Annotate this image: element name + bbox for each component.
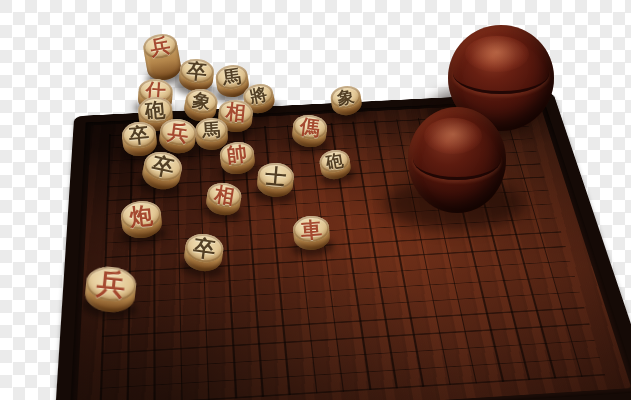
bowl-lid-seam — [453, 53, 548, 94]
piece-character: 象 — [191, 91, 212, 112]
piece-character: 砲 — [325, 151, 345, 171]
piece-character: 卒 — [186, 60, 208, 82]
xiangqi-piece-車[interactable]: 車 — [292, 215, 332, 263]
piece-character: 相 — [213, 184, 236, 207]
xiangqi-piece-炮[interactable]: 炮 — [120, 199, 165, 251]
xiangqi-piece-兵[interactable]: 兵 — [82, 265, 138, 326]
xiangqi-piece-象[interactable]: 象 — [329, 84, 365, 127]
piece-character: 兵 — [95, 268, 127, 300]
piece-character: 士 — [264, 165, 287, 188]
piece-character: 馬 — [222, 67, 242, 87]
piece-character: 馬 — [202, 120, 221, 139]
xiangqi-piece-砲[interactable]: 砲 — [318, 148, 354, 192]
piece-character: 卒 — [150, 153, 176, 179]
piece-character: 卒 — [192, 236, 217, 261]
xiangqi-piece-相[interactable]: 相 — [203, 181, 243, 228]
piece-character: 相 — [225, 101, 247, 123]
piece-character: 車 — [300, 218, 323, 241]
xiangqi-piece-卒[interactable]: 卒 — [181, 232, 225, 285]
piece-character: 炮 — [128, 202, 153, 227]
piece-character: 傌 — [299, 116, 321, 138]
piece-character: 象 — [336, 87, 355, 106]
piece-character: 兵 — [149, 35, 172, 58]
xiangqi-piece-帥[interactable]: 帥 — [219, 140, 258, 186]
piece-character: 卒 — [128, 124, 150, 146]
xiangqi-piece-士[interactable]: 士 — [255, 162, 295, 210]
piece-character: 兵 — [166, 120, 190, 144]
piece-character: 帥 — [226, 143, 248, 165]
bowl-lid-seam — [413, 139, 501, 180]
stone-bowl-front[interactable] — [408, 107, 506, 213]
photo-stage: 兵卒馬仕將象象砲相傌馬兵卒帥砲卒士相炮車卒兵 — [0, 0, 631, 400]
